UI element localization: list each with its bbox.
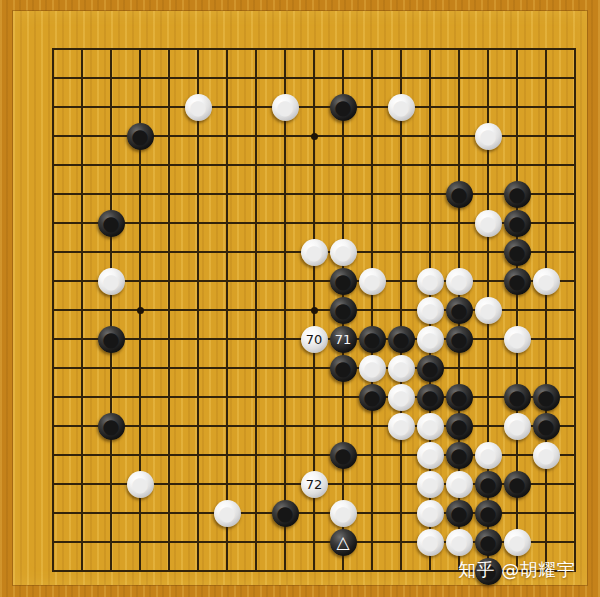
watermark-text: 知乎 @胡耀宇 <box>458 558 575 582</box>
star-point <box>311 133 318 140</box>
black-stone-glyph: ● <box>504 471 531 498</box>
black-stone-glyph: ● <box>359 326 386 353</box>
white-stone-glyph: ● <box>533 268 560 295</box>
black-stone: ● <box>127 123 154 150</box>
white-stone-glyph: ● <box>330 500 357 527</box>
white-stone: ● <box>330 239 357 266</box>
white-stone-glyph: ● <box>417 297 444 324</box>
white-stone: ● <box>417 326 444 353</box>
black-stone: ● <box>446 384 473 411</box>
black-stone: ● <box>504 384 531 411</box>
move-number-label: 71 <box>330 326 357 353</box>
black-stone-glyph: ● <box>533 384 560 411</box>
black-stone: ● <box>475 471 502 498</box>
move-number-label: 70 <box>301 326 328 353</box>
black-stone-glyph: ● <box>504 384 531 411</box>
black-stone-glyph: ● <box>330 268 357 295</box>
black-stone: ● <box>504 239 531 266</box>
white-stone-glyph: ● <box>417 471 444 498</box>
white-stone-glyph: ● <box>446 471 473 498</box>
white-stone: ● <box>388 384 415 411</box>
black-stone-glyph: ● <box>388 326 415 353</box>
black-stone: ● <box>446 442 473 469</box>
white-stone: ● <box>446 471 473 498</box>
white-stone: ● <box>446 268 473 295</box>
white-stone-glyph: ● <box>417 268 444 295</box>
black-stone: ● <box>272 500 299 527</box>
white-stone: ● <box>446 529 473 556</box>
white-stone: ● <box>417 413 444 440</box>
black-stone-glyph: ● <box>272 500 299 527</box>
black-stone: ● <box>446 297 473 324</box>
white-stone-glyph: ● <box>504 529 531 556</box>
white-stone-glyph: ● <box>301 239 328 266</box>
white-stone: ● <box>475 123 502 150</box>
black-stone: ● <box>475 529 502 556</box>
white-stone: ● <box>504 529 531 556</box>
white-stone-move-70: 70 <box>301 326 328 353</box>
white-stone: ● <box>301 239 328 266</box>
move-number-label: 72 <box>301 471 328 498</box>
white-stone-glyph: ● <box>185 94 212 121</box>
white-stone: ● <box>330 500 357 527</box>
black-stone: ● <box>98 326 125 353</box>
white-stone-glyph: ● <box>475 297 502 324</box>
white-stone-move-72: 72 <box>301 471 328 498</box>
go-board[interactable]: ●●●●●●●●●●●●●●●●●●●●●●●●●●7071●●●●●●●●●●… <box>13 11 587 585</box>
black-stone-glyph: ● <box>98 326 125 353</box>
black-stone: ● <box>98 413 125 440</box>
white-stone: ● <box>359 268 386 295</box>
black-stone: ● <box>330 442 357 469</box>
white-stone-glyph: ● <box>504 413 531 440</box>
white-stone-glyph: ● <box>359 268 386 295</box>
white-stone-glyph: ● <box>504 326 531 353</box>
star-point <box>137 307 144 314</box>
white-stone: ● <box>417 442 444 469</box>
white-stone: ● <box>388 355 415 382</box>
white-stone-glyph: ● <box>388 355 415 382</box>
white-stone: ● <box>417 268 444 295</box>
black-stone-glyph: ● <box>533 413 560 440</box>
black-stone: ● <box>417 384 444 411</box>
black-stone-glyph: ● <box>417 384 444 411</box>
white-stone: ● <box>417 529 444 556</box>
black-stone-glyph: ● <box>446 413 473 440</box>
white-stone: ● <box>127 471 154 498</box>
white-stone-glyph: ● <box>533 442 560 469</box>
white-stone: ● <box>417 500 444 527</box>
black-stone-glyph: ● <box>446 384 473 411</box>
white-stone-glyph: ● <box>475 123 502 150</box>
white-stone-glyph: ● <box>417 529 444 556</box>
black-stone: ● <box>98 210 125 237</box>
intersections-grid: ●●●●●●●●●●●●●●●●●●●●●●●●●●7071●●●●●●●●●●… <box>39 35 590 586</box>
black-stone-marked: △ <box>330 529 357 556</box>
white-stone: ● <box>388 413 415 440</box>
black-stone-glyph: ● <box>98 210 125 237</box>
white-stone-glyph: ● <box>272 94 299 121</box>
black-stone-glyph: ● <box>446 297 473 324</box>
white-stone: ● <box>214 500 241 527</box>
white-stone-glyph: ● <box>417 326 444 353</box>
white-stone-glyph: ● <box>127 471 154 498</box>
white-stone: ● <box>185 94 212 121</box>
black-stone: ● <box>504 210 531 237</box>
white-stone: ● <box>533 442 560 469</box>
triangle-mark: △ <box>330 529 357 556</box>
black-stone: ● <box>388 326 415 353</box>
black-stone-glyph: ● <box>330 355 357 382</box>
black-stone-glyph: ● <box>417 355 444 382</box>
black-stone-glyph: ● <box>475 529 502 556</box>
white-stone-glyph: ● <box>388 384 415 411</box>
white-stone: ● <box>533 268 560 295</box>
black-stone-glyph: ● <box>446 442 473 469</box>
black-stone-glyph: ● <box>504 239 531 266</box>
black-stone-glyph: ● <box>127 123 154 150</box>
star-point <box>311 307 318 314</box>
black-stone: ● <box>446 181 473 208</box>
white-stone-glyph: ● <box>417 413 444 440</box>
black-stone-glyph: ● <box>475 471 502 498</box>
black-stone: ● <box>330 268 357 295</box>
white-stone: ● <box>475 210 502 237</box>
black-stone: ● <box>359 326 386 353</box>
go-diagram: ●●●●●●●●●●●●●●●●●●●●●●●●●●7071●●●●●●●●●●… <box>0 0 600 597</box>
black-stone-glyph: ● <box>504 181 531 208</box>
white-stone-glyph: ● <box>214 500 241 527</box>
black-stone-glyph: ● <box>475 500 502 527</box>
white-stone-glyph: ● <box>475 210 502 237</box>
white-stone: ● <box>98 268 125 295</box>
black-stone: ● <box>533 413 560 440</box>
black-stone-glyph: ● <box>446 181 473 208</box>
black-stone-glyph: ● <box>98 413 125 440</box>
black-stone: ● <box>446 500 473 527</box>
white-stone: ● <box>504 326 531 353</box>
black-stone: ● <box>330 94 357 121</box>
white-stone-glyph: ● <box>446 529 473 556</box>
white-stone: ● <box>359 355 386 382</box>
white-stone-glyph: ● <box>388 413 415 440</box>
black-stone: ● <box>330 355 357 382</box>
black-stone: ● <box>417 355 444 382</box>
white-stone-glyph: ● <box>417 500 444 527</box>
black-stone: ● <box>359 384 386 411</box>
white-stone-glyph: ● <box>359 355 386 382</box>
white-stone-glyph: ● <box>98 268 125 295</box>
black-stone-glyph: ● <box>330 442 357 469</box>
white-stone: ● <box>475 442 502 469</box>
black-stone-glyph: ● <box>446 500 473 527</box>
white-stone: ● <box>475 297 502 324</box>
black-stone: ● <box>504 471 531 498</box>
black-stone: ● <box>533 384 560 411</box>
white-stone-glyph: ● <box>475 442 502 469</box>
black-stone: ● <box>446 326 473 353</box>
black-stone-move-71: 71 <box>330 326 357 353</box>
white-stone-glyph: ● <box>417 442 444 469</box>
black-stone-glyph: ● <box>330 297 357 324</box>
black-stone-glyph: ● <box>359 384 386 411</box>
black-stone: ● <box>504 181 531 208</box>
black-stone-glyph: ● <box>504 210 531 237</box>
white-stone: ● <box>417 471 444 498</box>
white-stone: ● <box>272 94 299 121</box>
white-stone-glyph: ● <box>446 268 473 295</box>
white-stone: ● <box>417 297 444 324</box>
black-stone: ● <box>475 500 502 527</box>
white-stone: ● <box>388 94 415 121</box>
black-stone: ● <box>330 297 357 324</box>
black-stone: ● <box>446 413 473 440</box>
white-stone-glyph: ● <box>330 239 357 266</box>
black-stone: ● <box>504 268 531 295</box>
white-stone: ● <box>504 413 531 440</box>
black-stone-glyph: ● <box>330 94 357 121</box>
white-stone-glyph: ● <box>388 94 415 121</box>
black-stone-glyph: ● <box>504 268 531 295</box>
black-stone-glyph: ● <box>446 326 473 353</box>
